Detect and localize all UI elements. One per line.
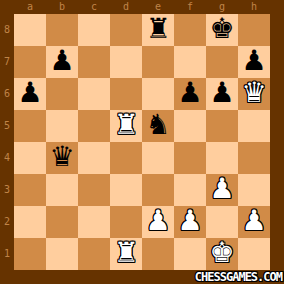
square-d4[interactable] (110, 142, 142, 174)
piece-white-rook[interactable]: ♜ (113, 237, 138, 269)
square-b5[interactable] (46, 110, 78, 142)
square-f6[interactable]: ♟ (174, 78, 206, 110)
square-h8[interactable] (238, 14, 270, 46)
piece-black-queen[interactable]: ♛ (49, 141, 74, 173)
square-e5[interactable]: ♞ (142, 110, 174, 142)
square-a3[interactable] (14, 174, 46, 206)
square-d6[interactable] (110, 78, 142, 110)
file-label-h: h (238, 0, 270, 14)
square-f4[interactable] (174, 142, 206, 174)
square-f3[interactable] (174, 174, 206, 206)
piece-black-king[interactable]: ♚ (209, 13, 234, 45)
square-a6[interactable]: ♟ (14, 78, 46, 110)
square-f8[interactable] (174, 14, 206, 46)
square-e7[interactable] (142, 46, 174, 78)
piece-white-rook[interactable]: ♜ (113, 109, 138, 141)
rank-label-3: 3 (0, 174, 14, 206)
square-d1[interactable]: ♜ (110, 238, 142, 270)
square-g5[interactable] (206, 110, 238, 142)
file-label-a: a (14, 0, 46, 14)
piece-white-pawn[interactable]: ♟ (209, 173, 234, 205)
square-b1[interactable] (46, 238, 78, 270)
square-h2[interactable]: ♟ (238, 206, 270, 238)
square-d5[interactable]: ♜ (110, 110, 142, 142)
rank-label-7: 7 (0, 46, 14, 78)
square-e4[interactable] (142, 142, 174, 174)
square-b2[interactable] (46, 206, 78, 238)
file-label-f: f (174, 0, 206, 14)
square-d7[interactable] (110, 46, 142, 78)
square-b3[interactable] (46, 174, 78, 206)
piece-black-pawn[interactable]: ♟ (209, 77, 234, 109)
file-label-d: d (110, 0, 142, 14)
square-h3[interactable] (238, 174, 270, 206)
chessgames-watermark: CHESSGAMES.COM (195, 270, 282, 284)
square-a2[interactable] (14, 206, 46, 238)
square-f7[interactable] (174, 46, 206, 78)
square-h5[interactable] (238, 110, 270, 142)
square-c4[interactable] (78, 142, 110, 174)
square-d3[interactable] (110, 174, 142, 206)
square-e8[interactable]: ♜ (142, 14, 174, 46)
chess-board-widget: abcdefgh 87654321 ♜♚♟♟♟♟♟♛♜♞♛♟♟♟♟♜♚ CHES… (0, 0, 284, 284)
square-a4[interactable] (14, 142, 46, 174)
rank-label-4: 4 (0, 142, 14, 174)
piece-black-rook[interactable]: ♜ (145, 13, 170, 45)
square-f1[interactable] (174, 238, 206, 270)
piece-white-pawn[interactable]: ♟ (145, 205, 170, 237)
square-g3[interactable]: ♟ (206, 174, 238, 206)
square-a1[interactable] (14, 238, 46, 270)
square-h7[interactable]: ♟ (238, 46, 270, 78)
square-a7[interactable] (14, 46, 46, 78)
piece-black-knight[interactable]: ♞ (145, 109, 170, 141)
rank-label-5: 5 (0, 110, 14, 142)
rank-label-8: 8 (0, 14, 14, 46)
square-c1[interactable] (78, 238, 110, 270)
square-e1[interactable] (142, 238, 174, 270)
square-b6[interactable] (46, 78, 78, 110)
square-c6[interactable] (78, 78, 110, 110)
piece-white-queen[interactable]: ♛ (241, 77, 266, 109)
piece-black-pawn[interactable]: ♟ (241, 45, 266, 77)
square-c7[interactable] (78, 46, 110, 78)
square-b4[interactable]: ♛ (46, 142, 78, 174)
square-f5[interactable] (174, 110, 206, 142)
square-c2[interactable] (78, 206, 110, 238)
rank-labels: 87654321 (0, 14, 14, 270)
rank-label-6: 6 (0, 78, 14, 110)
square-b7[interactable]: ♟ (46, 46, 78, 78)
square-b8[interactable] (46, 14, 78, 46)
square-d2[interactable] (110, 206, 142, 238)
square-c3[interactable] (78, 174, 110, 206)
square-d8[interactable] (110, 14, 142, 46)
chess-board: ♜♚♟♟♟♟♟♛♜♞♛♟♟♟♟♜♚ (14, 14, 270, 270)
piece-white-king[interactable]: ♚ (209, 237, 234, 269)
square-c8[interactable] (78, 14, 110, 46)
rank-label-2: 2 (0, 206, 14, 238)
piece-black-pawn[interactable]: ♟ (177, 77, 202, 109)
piece-white-pawn[interactable]: ♟ (241, 205, 266, 237)
square-g2[interactable] (206, 206, 238, 238)
square-g1[interactable]: ♚ (206, 238, 238, 270)
piece-black-pawn[interactable]: ♟ (49, 45, 74, 77)
square-a8[interactable] (14, 14, 46, 46)
square-h6[interactable]: ♛ (238, 78, 270, 110)
square-g7[interactable] (206, 46, 238, 78)
square-f2[interactable]: ♟ (174, 206, 206, 238)
piece-black-pawn[interactable]: ♟ (17, 77, 42, 109)
square-a5[interactable] (14, 110, 46, 142)
square-e2[interactable]: ♟ (142, 206, 174, 238)
rank-label-1: 1 (0, 238, 14, 270)
square-e3[interactable] (142, 174, 174, 206)
file-label-b: b (46, 0, 78, 14)
square-h4[interactable] (238, 142, 270, 174)
piece-white-pawn[interactable]: ♟ (177, 205, 202, 237)
square-g6[interactable]: ♟ (206, 78, 238, 110)
square-g8[interactable]: ♚ (206, 14, 238, 46)
square-g4[interactable] (206, 142, 238, 174)
square-h1[interactable] (238, 238, 270, 270)
file-label-c: c (78, 0, 110, 14)
square-c5[interactable] (78, 110, 110, 142)
square-e6[interactable] (142, 78, 174, 110)
